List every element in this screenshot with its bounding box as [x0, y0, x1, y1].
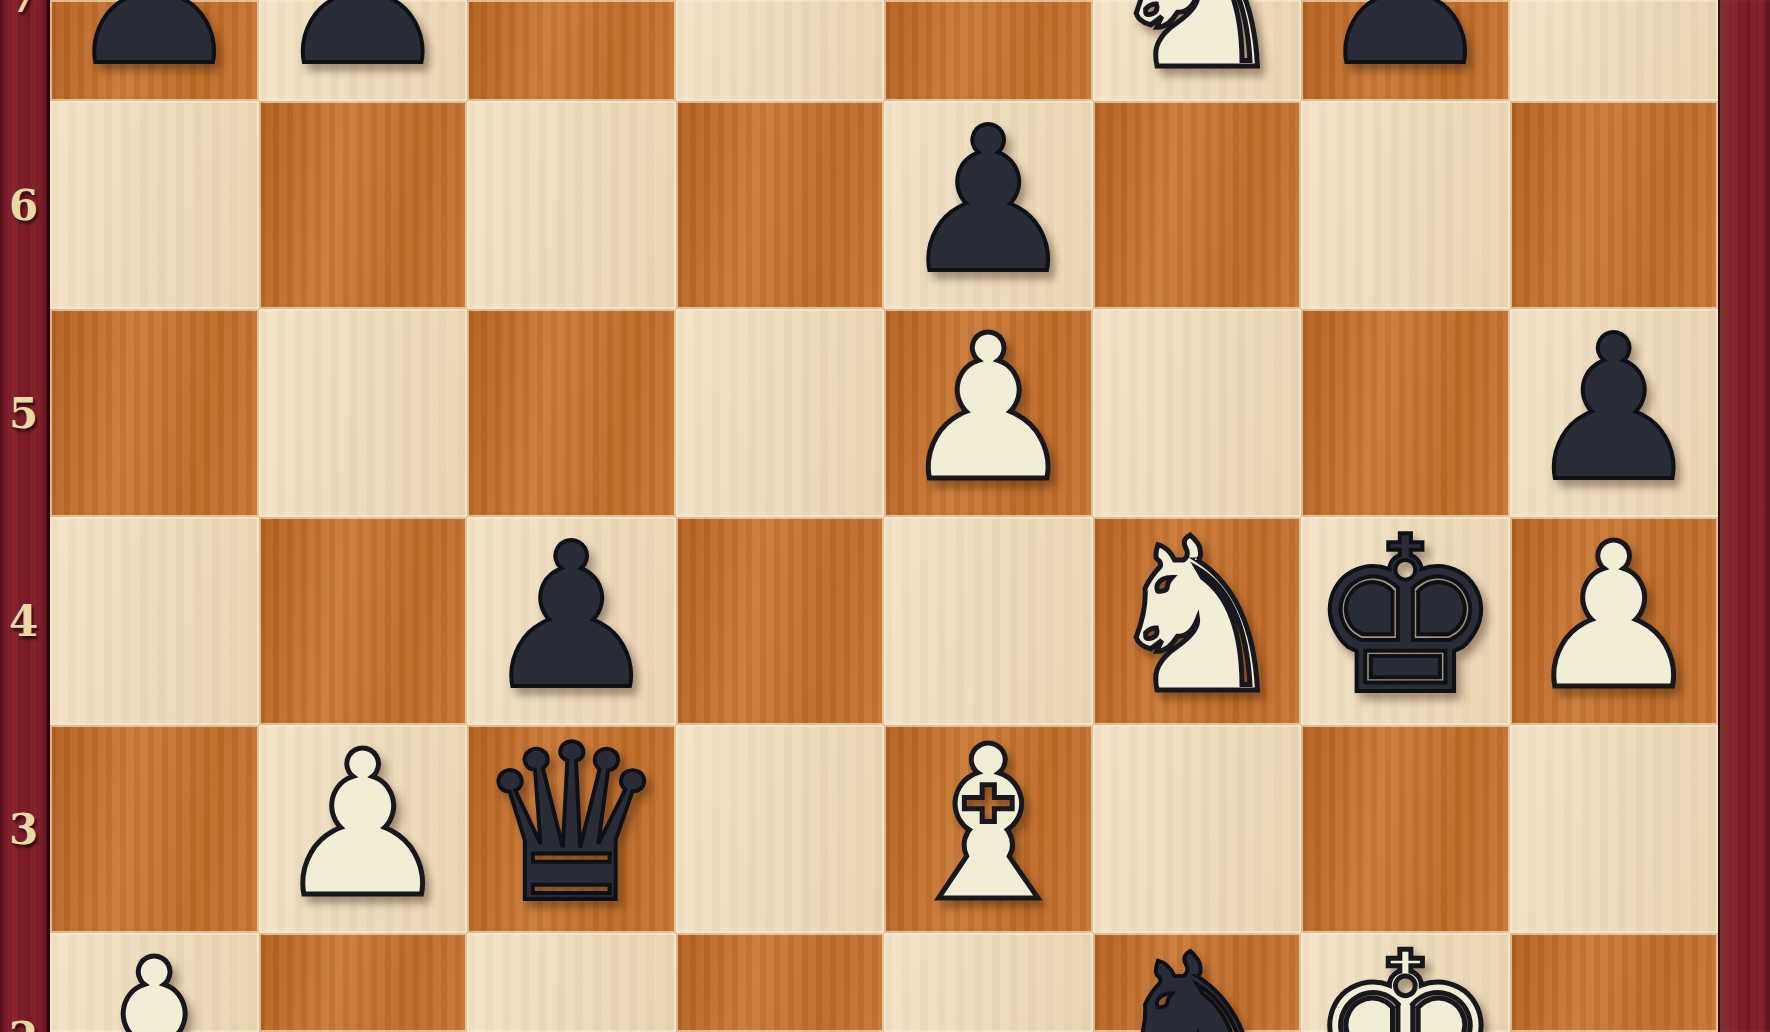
- black-pawn-b7[interactable]: ♟: [273, 0, 452, 93]
- black-pawn-c4[interactable]: ♟: [482, 517, 661, 717]
- piece-box-a2: ♟: [50, 933, 259, 1032]
- white-knight-f4[interactable]: ♞: [1102, 511, 1292, 723]
- white-knight-f7[interactable]: ♞: [1102, 0, 1292, 99]
- square-g7[interactable]: ♟: [1301, 0, 1510, 101]
- square-c5[interactable]: [467, 309, 676, 517]
- piece-box-a7: ♟: [50, 0, 259, 101]
- chessboard-screenshot: 765432 ♟♟♞♟♟♟♟♟♞♚♟♟♛♝♟♞♚: [0, 0, 1770, 1032]
- white-bishop-e3[interactable]: ♝: [893, 719, 1083, 931]
- square-c2[interactable]: [467, 933, 676, 1032]
- black-king-g4[interactable]: ♚: [1308, 509, 1502, 725]
- square-b3[interactable]: ♟: [259, 725, 468, 933]
- rank-label-6: 6: [0, 181, 47, 230]
- square-h4[interactable]: ♟: [1510, 517, 1719, 725]
- square-g4[interactable]: ♚: [1301, 517, 1510, 725]
- square-g6[interactable]: [1301, 101, 1510, 309]
- piece-box-b3: ♟: [259, 725, 468, 933]
- square-h7[interactable]: [1510, 0, 1719, 101]
- square-d5[interactable]: [676, 309, 885, 517]
- square-h2[interactable]: [1510, 933, 1719, 1032]
- square-b6[interactable]: [259, 101, 468, 309]
- rank-label-5: 5: [0, 389, 47, 438]
- piece-box-c4: ♟: [467, 517, 676, 725]
- white-pawn-a2[interactable]: ♟: [65, 933, 244, 1032]
- square-e3[interactable]: ♝: [884, 725, 1093, 933]
- black-pawn-h5[interactable]: ♟: [1524, 309, 1703, 509]
- black-pawn-g7[interactable]: ♟: [1316, 0, 1495, 93]
- piece-box-e6: ♟: [884, 101, 1093, 309]
- square-g5[interactable]: [1301, 309, 1510, 517]
- piece-box-e3: ♝: [884, 725, 1093, 933]
- square-f4[interactable]: ♞: [1093, 517, 1302, 725]
- square-c7[interactable]: [467, 0, 676, 101]
- black-pawn-e6[interactable]: ♟: [899, 101, 1078, 301]
- piece-box-c3: ♛: [467, 725, 676, 933]
- board-right-border: [1718, 0, 1770, 1032]
- piece-box-b7: ♟: [259, 0, 468, 101]
- piece-box-g7: ♟: [1301, 0, 1510, 101]
- square-f7[interactable]: ♞: [1093, 0, 1302, 101]
- square-c3[interactable]: ♛: [467, 725, 676, 933]
- square-h5[interactable]: ♟: [1510, 309, 1719, 517]
- square-f3[interactable]: [1093, 725, 1302, 933]
- square-b2[interactable]: [259, 933, 468, 1032]
- piece-box-h5: ♟: [1510, 309, 1719, 517]
- piece-box-f2: ♞: [1093, 933, 1302, 1032]
- rank-label-4: 4: [0, 597, 47, 646]
- square-e2[interactable]: [884, 933, 1093, 1032]
- square-b4[interactable]: [259, 517, 468, 725]
- square-c4[interactable]: ♟: [467, 517, 676, 725]
- square-e7[interactable]: [884, 0, 1093, 101]
- square-f6[interactable]: [1093, 101, 1302, 309]
- square-d2[interactable]: [676, 933, 885, 1032]
- square-a2[interactable]: ♟: [50, 933, 259, 1032]
- black-queen-c3[interactable]: ♛: [474, 717, 668, 933]
- square-g2[interactable]: ♚: [1301, 933, 1510, 1032]
- rank-label-2: 2: [0, 1013, 47, 1032]
- square-a3[interactable]: [50, 725, 259, 933]
- square-a7[interactable]: ♟: [50, 0, 259, 101]
- square-a4[interactable]: [50, 517, 259, 725]
- square-d4[interactable]: [676, 517, 885, 725]
- piece-box-e5: ♟: [884, 309, 1093, 517]
- square-f5[interactable]: [1093, 309, 1302, 517]
- piece-box-g2: ♚: [1301, 933, 1510, 1032]
- square-f2[interactable]: ♞: [1093, 933, 1302, 1032]
- white-king-g2[interactable]: ♚: [1308, 925, 1502, 1032]
- piece-box-f4: ♞: [1093, 517, 1302, 725]
- square-a5[interactable]: [50, 309, 259, 517]
- square-h3[interactable]: [1510, 725, 1719, 933]
- square-e6[interactable]: ♟: [884, 101, 1093, 309]
- square-h6[interactable]: [1510, 101, 1719, 309]
- black-knight-f2[interactable]: ♞: [1102, 927, 1292, 1032]
- square-d3[interactable]: [676, 725, 885, 933]
- square-d7[interactable]: [676, 0, 885, 101]
- square-d6[interactable]: [676, 101, 885, 309]
- piece-box-g4: ♚: [1301, 517, 1510, 725]
- piece-box-h4: ♟: [1510, 517, 1719, 725]
- square-c6[interactable]: [467, 101, 676, 309]
- square-e4[interactable]: [884, 517, 1093, 725]
- black-pawn-a7[interactable]: ♟: [65, 0, 244, 93]
- rank-label-7: 7: [0, 0, 47, 22]
- white-pawn-h4[interactable]: ♟: [1524, 517, 1703, 717]
- white-pawn-e5[interactable]: ♟: [899, 309, 1078, 509]
- square-a6[interactable]: [50, 101, 259, 309]
- rank-label-3: 3: [0, 805, 47, 854]
- square-g3[interactable]: [1301, 725, 1510, 933]
- white-pawn-b3[interactable]: ♟: [273, 725, 452, 925]
- square-b5[interactable]: [259, 309, 468, 517]
- board-left-border: 765432: [0, 0, 50, 1032]
- piece-box-f7: ♞: [1093, 0, 1302, 101]
- square-e5[interactable]: ♟: [884, 309, 1093, 517]
- chess-board: ♟♟♞♟♟♟♟♟♞♚♟♟♛♝♟♞♚: [50, 0, 1718, 1032]
- square-b7[interactable]: ♟: [259, 0, 468, 101]
